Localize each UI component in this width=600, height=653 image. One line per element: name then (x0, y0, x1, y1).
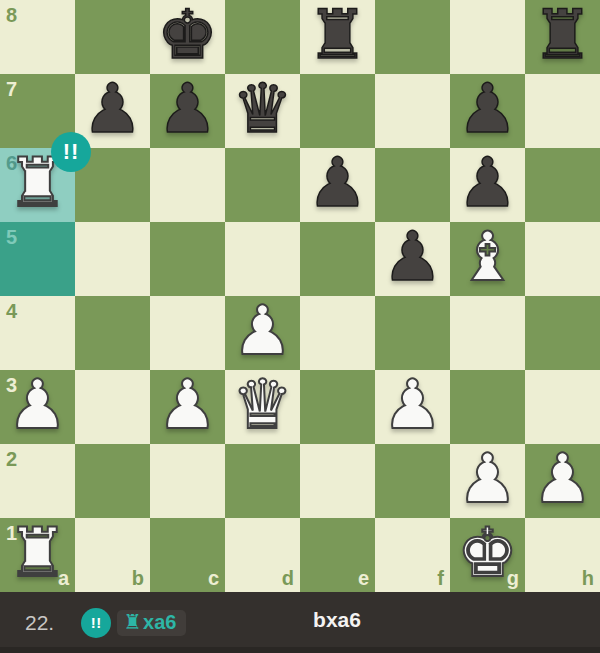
move-bar: 22. !! ♜ xa6 bxa6 (0, 592, 600, 653)
black-king[interactable]: ♚ (157, 0, 218, 72)
square-e8[interactable]: ♜ (300, 0, 375, 74)
white-pawn[interactable]: ♟ (7, 368, 68, 442)
square-b2[interactable] (75, 444, 150, 518)
white-pawn[interactable]: ♟ (457, 442, 518, 516)
square-f8[interactable] (375, 0, 450, 74)
white-pawn[interactable]: ♟ (232, 294, 293, 368)
file-label-f: f (437, 568, 444, 588)
square-c7[interactable]: ♟ (150, 74, 225, 148)
square-f1[interactable]: f (375, 518, 450, 592)
square-b5[interactable] (75, 222, 150, 296)
square-e3[interactable] (300, 370, 375, 444)
played-move-label: xa6 (143, 611, 176, 634)
square-d3[interactable]: ♛ (225, 370, 300, 444)
square-h8[interactable]: ♜ (525, 0, 600, 74)
square-f5[interactable]: ♟ (375, 222, 450, 296)
white-pawn[interactable]: ♟ (157, 368, 218, 442)
black-pawn[interactable]: ♟ (307, 146, 368, 220)
square-e7[interactable] (300, 74, 375, 148)
square-b8[interactable] (75, 0, 150, 74)
square-h2[interactable]: ♟ (525, 444, 600, 518)
square-g1[interactable]: g♚ (450, 518, 525, 592)
square-e5[interactable] (300, 222, 375, 296)
move-number: 22. (25, 611, 54, 635)
square-c1[interactable]: c (150, 518, 225, 592)
square-e4[interactable] (300, 296, 375, 370)
square-a4[interactable]: 4 (0, 296, 75, 370)
square-b3[interactable] (75, 370, 150, 444)
square-h6[interactable] (525, 148, 600, 222)
chess-analysis-app: 8♚♜♜7♟♟♛♟6♜♟♟5♟♝4♟3♟♟♛♟2♟♟1a♜bcdefg♚h!! … (0, 0, 600, 653)
black-rook[interactable]: ♜ (532, 0, 593, 72)
square-c5[interactable] (150, 222, 225, 296)
white-queen[interactable]: ♛ (232, 368, 293, 442)
square-c2[interactable] (150, 444, 225, 518)
square-d6[interactable] (225, 148, 300, 222)
white-king[interactable]: ♚ (457, 516, 518, 590)
square-a5[interactable]: 5 (0, 222, 75, 296)
square-d1[interactable]: d (225, 518, 300, 592)
white-pawn[interactable]: ♟ (382, 368, 443, 442)
rank-label-8: 8 (6, 5, 17, 25)
square-f3[interactable]: ♟ (375, 370, 450, 444)
file-label-d: d (282, 568, 294, 588)
square-c4[interactable] (150, 296, 225, 370)
square-a2[interactable]: 2 (0, 444, 75, 518)
square-e6[interactable]: ♟ (300, 148, 375, 222)
square-b7[interactable]: ♟ (75, 74, 150, 148)
square-h5[interactable] (525, 222, 600, 296)
black-pawn[interactable]: ♟ (457, 146, 518, 220)
reply-move-label[interactable]: bxa6 (313, 608, 361, 632)
rook-icon: ♜ (123, 612, 142, 633)
square-g7[interactable]: ♟ (450, 74, 525, 148)
square-b4[interactable] (75, 296, 150, 370)
square-g6[interactable]: ♟ (450, 148, 525, 222)
square-b1[interactable]: b (75, 518, 150, 592)
square-a1[interactable]: 1a♜ (0, 518, 75, 592)
black-rook[interactable]: ♜ (307, 0, 368, 72)
rank-label-7: 7 (6, 79, 17, 99)
square-e1[interactable]: e (300, 518, 375, 592)
rank-label-5: 5 (6, 227, 17, 247)
white-rook[interactable]: ♜ (7, 516, 68, 590)
square-e2[interactable] (300, 444, 375, 518)
rank-label-2: 2 (6, 449, 17, 469)
black-pawn[interactable]: ♟ (457, 72, 518, 146)
file-label-h: h (582, 568, 594, 588)
square-d8[interactable] (225, 0, 300, 74)
square-d4[interactable]: ♟ (225, 296, 300, 370)
square-g5[interactable]: ♝ (450, 222, 525, 296)
square-c6[interactable] (150, 148, 225, 222)
square-f2[interactable] (375, 444, 450, 518)
black-pawn[interactable]: ♟ (157, 72, 218, 146)
square-h3[interactable] (525, 370, 600, 444)
square-c3[interactable]: ♟ (150, 370, 225, 444)
file-label-b: b (132, 568, 144, 588)
square-g4[interactable] (450, 296, 525, 370)
rank-label-4: 4 (6, 301, 17, 321)
white-pawn[interactable]: ♟ (532, 442, 593, 516)
black-queen[interactable]: ♛ (232, 72, 293, 146)
square-g8[interactable] (450, 0, 525, 74)
file-label-c: c (208, 568, 219, 588)
square-d2[interactable] (225, 444, 300, 518)
square-a8[interactable]: 8 (0, 0, 75, 74)
square-g3[interactable] (450, 370, 525, 444)
file-label-e: e (358, 568, 369, 588)
square-f6[interactable] (375, 148, 450, 222)
square-h4[interactable] (525, 296, 600, 370)
square-f4[interactable] (375, 296, 450, 370)
black-pawn[interactable]: ♟ (382, 220, 443, 294)
square-h7[interactable] (525, 74, 600, 148)
played-move-button[interactable]: ♜ xa6 (117, 610, 186, 636)
brilliant-badge-icon: !! (51, 132, 91, 172)
white-bishop[interactable]: ♝ (457, 220, 518, 294)
square-f7[interactable] (375, 74, 450, 148)
square-a3[interactable]: 3♟ (0, 370, 75, 444)
black-pawn[interactable]: ♟ (82, 72, 143, 146)
chess-board: 8♚♜♜7♟♟♛♟6♜♟♟5♟♝4♟3♟♟♛♟2♟♟1a♜bcdefg♚h!! (0, 0, 600, 592)
square-d5[interactable] (225, 222, 300, 296)
square-c8[interactable]: ♚ (150, 0, 225, 74)
brilliant-icon: !! (81, 608, 111, 638)
square-h1[interactable]: h (525, 518, 600, 592)
square-d7[interactable]: ♛ (225, 74, 300, 148)
square-g2[interactable]: ♟ (450, 444, 525, 518)
